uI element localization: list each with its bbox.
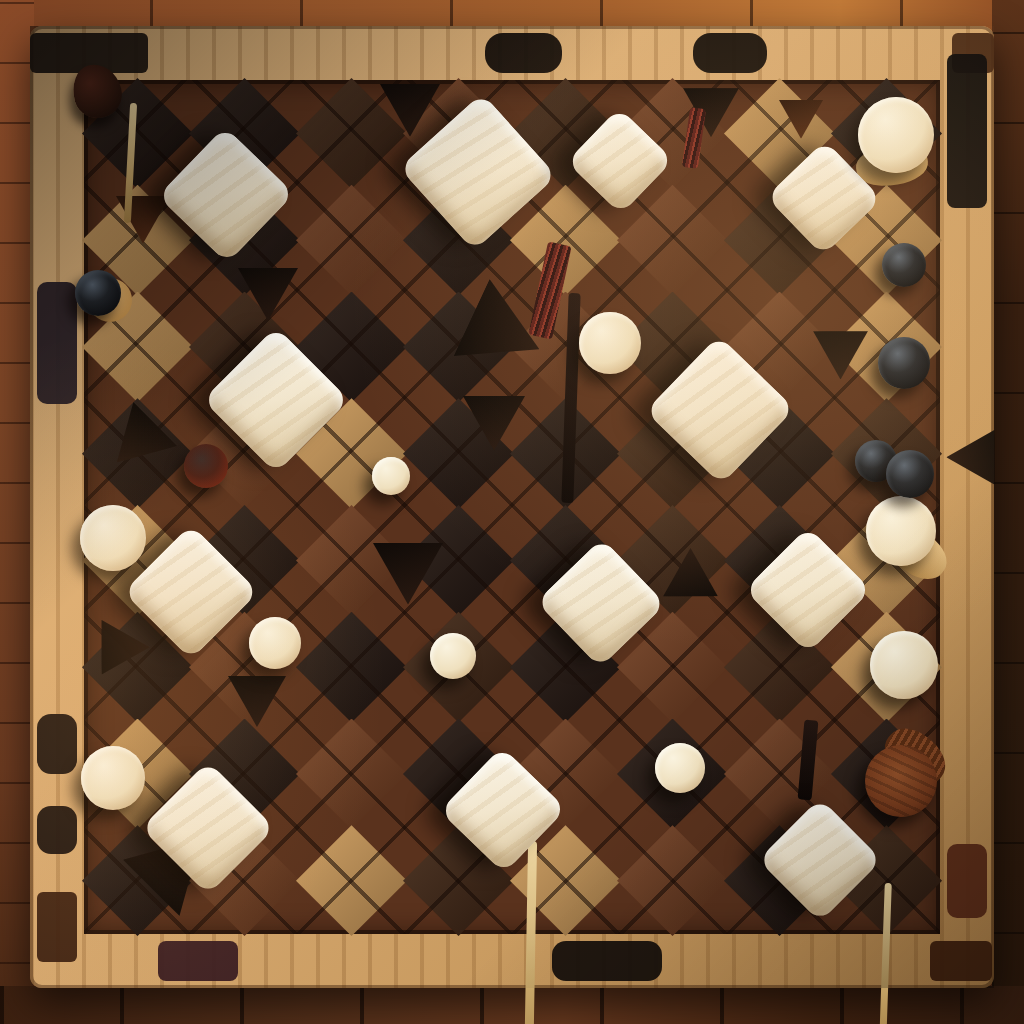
board-game-scene: Handcrafted wooden board game, overhead … bbox=[0, 0, 1024, 1024]
black-disc-piece[interactable] bbox=[75, 270, 121, 316]
black-disc-piece[interactable] bbox=[886, 450, 934, 498]
frame-inlay-right bbox=[947, 844, 987, 918]
table-plank-right bbox=[992, 0, 1024, 1024]
white-disc-piece[interactable] bbox=[579, 312, 641, 374]
white-block-piece[interactable] bbox=[566, 107, 673, 214]
frame-inlay-right bbox=[947, 54, 987, 208]
frame-inlay-left bbox=[37, 282, 77, 404]
frame-inlay-bottom bbox=[552, 941, 662, 981]
white-block-piece[interactable] bbox=[758, 798, 882, 922]
black-disc-piece[interactable] bbox=[878, 337, 930, 389]
white-block-piece[interactable] bbox=[399, 93, 557, 251]
white-disc-piece[interactable] bbox=[655, 743, 705, 793]
white-disc-piece[interactable] bbox=[858, 97, 934, 173]
white-disc-piece[interactable] bbox=[866, 496, 936, 566]
frame-inlay-bottom bbox=[930, 941, 992, 981]
frame-inlay-left bbox=[37, 714, 77, 774]
red-disc-piece[interactable] bbox=[184, 444, 228, 488]
frame-inlay-left bbox=[37, 892, 77, 962]
brown-disc-piece[interactable] bbox=[865, 745, 937, 817]
white-block-piece[interactable] bbox=[157, 126, 294, 263]
carved-triangle bbox=[946, 430, 994, 485]
white-block-piece[interactable] bbox=[645, 335, 795, 485]
white-block-piece[interactable] bbox=[202, 326, 349, 473]
white-block-piece[interactable] bbox=[536, 538, 666, 668]
black-disc-piece[interactable] bbox=[882, 243, 926, 287]
white-block-piece[interactable] bbox=[744, 526, 871, 653]
white-block-piece[interactable] bbox=[141, 761, 275, 895]
white-disc-piece[interactable] bbox=[372, 457, 410, 495]
table-plank-bottom bbox=[0, 986, 1024, 1024]
frame-inlay-top bbox=[485, 33, 562, 73]
white-block-piece[interactable] bbox=[439, 746, 566, 873]
play-area bbox=[84, 80, 940, 934]
frame-inlay-top bbox=[693, 33, 767, 73]
white-disc-piece[interactable] bbox=[430, 633, 476, 679]
pieces-layer bbox=[84, 80, 940, 934]
frame-inlay-bottom bbox=[158, 941, 238, 981]
white-disc-piece[interactable] bbox=[81, 746, 145, 810]
table-plank-left bbox=[0, 0, 34, 1024]
white-disc-piece[interactable] bbox=[870, 631, 938, 699]
white-disc-piece[interactable] bbox=[80, 505, 146, 571]
frame-inlay-left bbox=[37, 806, 77, 854]
game-board bbox=[30, 26, 994, 988]
white-disc-piece[interactable] bbox=[249, 617, 301, 669]
